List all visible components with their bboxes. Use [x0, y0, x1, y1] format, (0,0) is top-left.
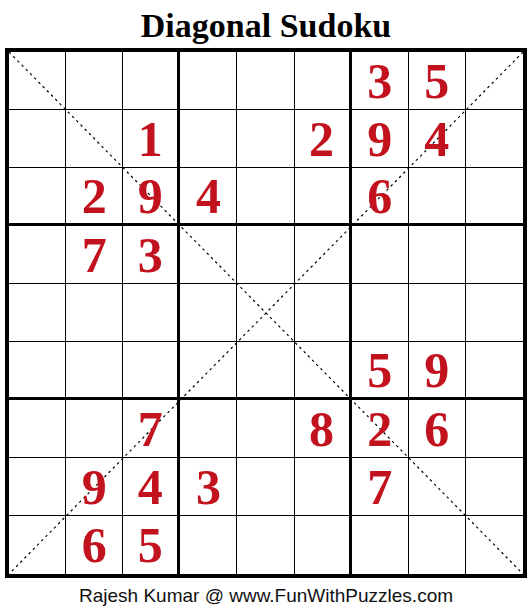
cell-r9c6[interactable] [295, 516, 352, 574]
cell-r4c2[interactable]: 7 [66, 226, 123, 284]
cell-r4c9[interactable] [466, 226, 523, 284]
cell-r2c7[interactable]: 9 [352, 110, 409, 168]
cell-r3c8[interactable] [409, 168, 466, 226]
cell-r4c6[interactable] [295, 226, 352, 284]
cell-r1c7[interactable]: 3 [352, 52, 409, 110]
cell-r9c8[interactable] [409, 516, 466, 574]
cell-r4c7[interactable] [352, 226, 409, 284]
cell-r7c5[interactable] [237, 400, 294, 458]
cell-r5c4[interactable] [180, 284, 237, 342]
credit-text: Rajesh Kumar @ www.FunWithPuzzles.com [0, 585, 532, 607]
cell-r5c8[interactable] [409, 284, 466, 342]
cell-r5c1[interactable] [9, 284, 66, 342]
cell-r8c1[interactable] [9, 458, 66, 516]
cell-r7c2[interactable] [66, 400, 123, 458]
cell-r1c2[interactable] [66, 52, 123, 110]
cell-r6c2[interactable] [66, 342, 123, 400]
cell-r1c9[interactable] [466, 52, 523, 110]
cell-r7c3[interactable]: 7 [123, 400, 180, 458]
cell-r6c3[interactable] [123, 342, 180, 400]
cell-r1c6[interactable] [295, 52, 352, 110]
cell-r2c6[interactable]: 2 [295, 110, 352, 168]
cell-r1c8[interactable]: 5 [409, 52, 466, 110]
cell-r2c8[interactable]: 4 [409, 110, 466, 168]
cell-r7c7[interactable]: 2 [352, 400, 409, 458]
cell-r3c3[interactable]: 9 [123, 168, 180, 226]
cell-r3c1[interactable] [9, 168, 66, 226]
cell-r8c4[interactable]: 3 [180, 458, 237, 516]
cell-r8c3[interactable]: 4 [123, 458, 180, 516]
cell-r6c7[interactable]: 5 [352, 342, 409, 400]
cell-r4c1[interactable] [9, 226, 66, 284]
cell-r3c9[interactable] [466, 168, 523, 226]
cell-r3c2[interactable]: 2 [66, 168, 123, 226]
cell-r3c7[interactable]: 6 [352, 168, 409, 226]
cell-r2c9[interactable] [466, 110, 523, 168]
cell-r5c5[interactable] [237, 284, 294, 342]
cell-r2c1[interactable] [9, 110, 66, 168]
cell-r9c4[interactable] [180, 516, 237, 574]
cell-r6c6[interactable] [295, 342, 352, 400]
cell-r9c2[interactable]: 6 [66, 516, 123, 574]
puzzle-title: Diagonal Sudoku [0, 0, 532, 48]
cell-r7c8[interactable]: 6 [409, 400, 466, 458]
cell-r5c2[interactable] [66, 284, 123, 342]
cell-r6c4[interactable] [180, 342, 237, 400]
cell-r5c9[interactable] [466, 284, 523, 342]
cell-r2c4[interactable] [180, 110, 237, 168]
cell-r7c9[interactable] [466, 400, 523, 458]
puzzle-page: Diagonal Sudoku 351294294673597826943765… [0, 0, 532, 613]
cell-r5c3[interactable] [123, 284, 180, 342]
cell-r8c9[interactable] [466, 458, 523, 516]
cell-r4c3[interactable]: 3 [123, 226, 180, 284]
cell-r7c4[interactable] [180, 400, 237, 458]
sudoku-board: 351294294673597826943765 [5, 48, 527, 578]
cell-r3c5[interactable] [237, 168, 294, 226]
cell-r7c1[interactable] [9, 400, 66, 458]
cell-r9c9[interactable] [466, 516, 523, 574]
cell-r9c7[interactable] [352, 516, 409, 574]
cell-r9c3[interactable]: 5 [123, 516, 180, 574]
cell-r8c6[interactable] [295, 458, 352, 516]
cell-r6c9[interactable] [466, 342, 523, 400]
cell-r3c4[interactable]: 4 [180, 168, 237, 226]
cell-r2c3[interactable]: 1 [123, 110, 180, 168]
cell-r5c7[interactable] [352, 284, 409, 342]
cell-r8c8[interactable] [409, 458, 466, 516]
cell-r2c5[interactable] [237, 110, 294, 168]
cell-r9c1[interactable] [9, 516, 66, 574]
cell-r6c5[interactable] [237, 342, 294, 400]
cell-r6c8[interactable]: 9 [409, 342, 466, 400]
cell-r1c5[interactable] [237, 52, 294, 110]
cell-r8c5[interactable] [237, 458, 294, 516]
cell-r8c2[interactable]: 9 [66, 458, 123, 516]
cell-r3c6[interactable] [295, 168, 352, 226]
cell-r5c6[interactable] [295, 284, 352, 342]
cell-r9c5[interactable] [237, 516, 294, 574]
cell-r4c4[interactable] [180, 226, 237, 284]
cell-r2c2[interactable] [66, 110, 123, 168]
cell-r1c1[interactable] [9, 52, 66, 110]
cell-r8c7[interactable]: 7 [352, 458, 409, 516]
cell-r7c6[interactable]: 8 [295, 400, 352, 458]
cell-r4c8[interactable] [409, 226, 466, 284]
cell-r1c3[interactable] [123, 52, 180, 110]
cell-r6c1[interactable] [9, 342, 66, 400]
cell-r1c4[interactable] [180, 52, 237, 110]
cell-r4c5[interactable] [237, 226, 294, 284]
